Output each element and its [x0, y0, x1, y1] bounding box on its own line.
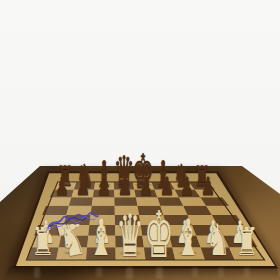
- table-edge-shading: [2, 266, 280, 280]
- chess-scene: ♜♞♝♛♚♝♞♜♟♟♟♟♟♟♟♟♟♟♟♟♟♟♟♜♞♝♛♚♝♞♜♟: [0, 0, 280, 280]
- blue-scribble-artifact: [42, 209, 104, 239]
